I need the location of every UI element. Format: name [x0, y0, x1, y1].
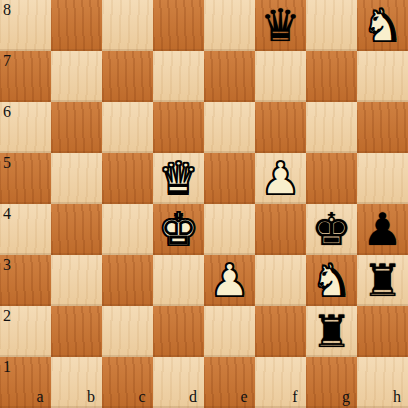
chess-board: 8♛♞765♛♟4♚♚♟3♟♞♜2♜1abcdefgh: [0, 0, 408, 408]
file-label-h: h: [390, 388, 404, 406]
square-e1[interactable]: e: [204, 357, 255, 408]
square-f5[interactable]: ♟: [255, 153, 306, 204]
rank-label-8: 8: [3, 1, 11, 19]
square-g3[interactable]: ♞: [306, 255, 357, 306]
square-d6[interactable]: [153, 102, 204, 153]
piece-white-pawn[interactable]: ♟: [260, 153, 300, 204]
square-g6[interactable]: [306, 102, 357, 153]
square-b1[interactable]: b: [51, 357, 102, 408]
square-b8[interactable]: [51, 0, 102, 51]
file-label-g: g: [339, 388, 353, 406]
square-h4[interactable]: ♟: [357, 204, 408, 255]
square-e5[interactable]: [204, 153, 255, 204]
square-a8[interactable]: 8: [0, 0, 51, 51]
file-label-a: a: [33, 388, 47, 406]
square-d5[interactable]: ♛: [153, 153, 204, 204]
square-b2[interactable]: [51, 306, 102, 357]
square-g1[interactable]: g: [306, 357, 357, 408]
square-b4[interactable]: [51, 204, 102, 255]
square-d3[interactable]: [153, 255, 204, 306]
square-c2[interactable]: [102, 306, 153, 357]
piece-white-knight[interactable]: ♞: [311, 255, 351, 306]
square-d2[interactable]: [153, 306, 204, 357]
file-label-c: c: [135, 388, 149, 406]
square-f2[interactable]: [255, 306, 306, 357]
square-b3[interactable]: [51, 255, 102, 306]
square-h1[interactable]: h: [357, 357, 408, 408]
square-c5[interactable]: [102, 153, 153, 204]
square-c6[interactable]: [102, 102, 153, 153]
piece-white-pawn[interactable]: ♟: [209, 255, 249, 306]
square-c3[interactable]: [102, 255, 153, 306]
square-a3[interactable]: 3: [0, 255, 51, 306]
square-h7[interactable]: [357, 51, 408, 102]
piece-black-queen[interactable]: ♛: [260, 0, 300, 51]
square-a6[interactable]: 6: [0, 102, 51, 153]
square-g4[interactable]: ♚: [306, 204, 357, 255]
square-f6[interactable]: [255, 102, 306, 153]
square-a5[interactable]: 5: [0, 153, 51, 204]
piece-white-queen[interactable]: ♛: [158, 153, 198, 204]
square-f3[interactable]: [255, 255, 306, 306]
rank-label-5: 5: [3, 154, 11, 172]
square-b7[interactable]: [51, 51, 102, 102]
square-g5[interactable]: [306, 153, 357, 204]
rank-label-4: 4: [3, 205, 11, 223]
square-d7[interactable]: [153, 51, 204, 102]
file-label-e: e: [237, 388, 251, 406]
file-label-b: b: [84, 388, 98, 406]
square-c8[interactable]: [102, 0, 153, 51]
piece-black-rook[interactable]: ♜: [311, 306, 351, 357]
file-label-d: d: [186, 388, 200, 406]
piece-black-rook[interactable]: ♜: [362, 255, 402, 306]
square-b5[interactable]: [51, 153, 102, 204]
piece-black-pawn[interactable]: ♟: [362, 204, 402, 255]
square-a7[interactable]: 7: [0, 51, 51, 102]
square-a2[interactable]: 2: [0, 306, 51, 357]
square-e8[interactable]: [204, 0, 255, 51]
square-g8[interactable]: [306, 0, 357, 51]
square-h2[interactable]: [357, 306, 408, 357]
square-f1[interactable]: f: [255, 357, 306, 408]
square-f4[interactable]: [255, 204, 306, 255]
square-d1[interactable]: d: [153, 357, 204, 408]
square-c4[interactable]: [102, 204, 153, 255]
square-a1[interactable]: 1a: [0, 357, 51, 408]
square-d8[interactable]: [153, 0, 204, 51]
rank-label-3: 3: [3, 256, 11, 274]
square-d4[interactable]: ♚: [153, 204, 204, 255]
square-e3[interactable]: ♟: [204, 255, 255, 306]
square-e7[interactable]: [204, 51, 255, 102]
square-e6[interactable]: [204, 102, 255, 153]
square-c7[interactable]: [102, 51, 153, 102]
rank-label-1: 1: [3, 358, 11, 376]
piece-black-king[interactable]: ♚: [311, 204, 351, 255]
square-h8[interactable]: ♞: [357, 0, 408, 51]
square-g2[interactable]: ♜: [306, 306, 357, 357]
square-g7[interactable]: [306, 51, 357, 102]
rank-label-2: 2: [3, 307, 11, 325]
piece-white-king[interactable]: ♚: [158, 204, 198, 255]
square-h3[interactable]: ♜: [357, 255, 408, 306]
file-label-f: f: [288, 388, 302, 406]
rank-label-6: 6: [3, 103, 11, 121]
square-a4[interactable]: 4: [0, 204, 51, 255]
rank-label-7: 7: [3, 52, 11, 70]
square-e2[interactable]: [204, 306, 255, 357]
square-f7[interactable]: [255, 51, 306, 102]
square-c1[interactable]: c: [102, 357, 153, 408]
square-h5[interactable]: [357, 153, 408, 204]
square-f8[interactable]: ♛: [255, 0, 306, 51]
square-b6[interactable]: [51, 102, 102, 153]
square-e4[interactable]: [204, 204, 255, 255]
square-h6[interactable]: [357, 102, 408, 153]
piece-white-knight[interactable]: ♞: [362, 0, 402, 51]
